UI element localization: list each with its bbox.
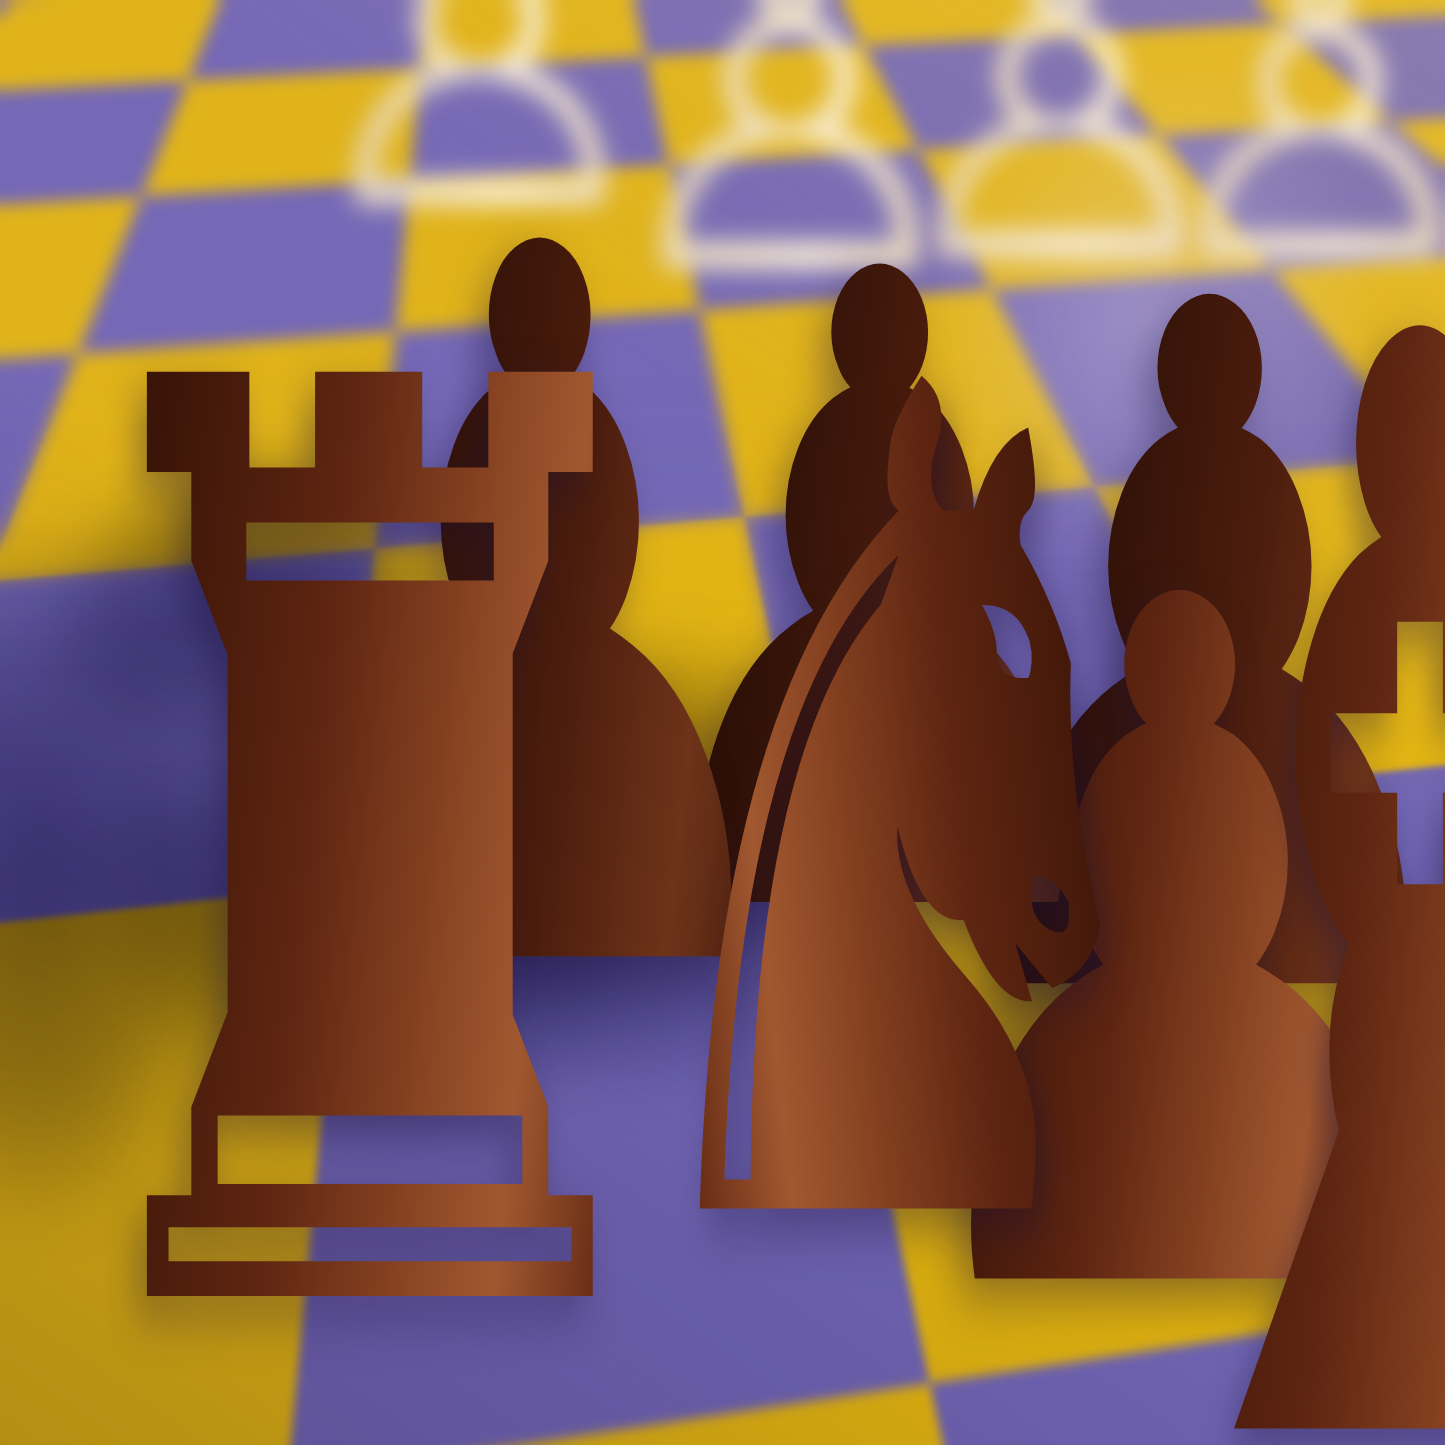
black-rook: ♜ (15, 224, 725, 1445)
black-bishop: ♝ (1064, 151, 1445, 1445)
chessboard-photo-scene: ♙♙♙♙ ♜♟♞♟♟♟♝ (0, 0, 1445, 1445)
